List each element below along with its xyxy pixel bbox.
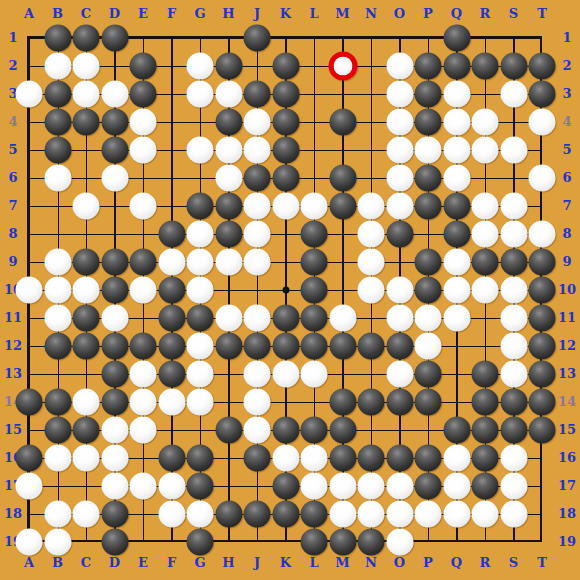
stone-white-J8[interactable] [244,221,271,248]
stone-white-R8[interactable] [472,221,499,248]
stone-black-P9[interactable] [415,249,442,276]
stone-black-D12[interactable] [101,333,128,360]
stone-white-L7[interactable] [301,193,328,220]
col-label-top-H: H [215,5,243,23]
stone-white-R5[interactable] [472,137,499,164]
col-label-bottom-S: S [500,554,528,572]
stone-white-J7[interactable] [244,193,271,220]
stone-white-J13[interactable] [244,361,271,388]
stone-white-T6[interactable] [529,165,556,192]
stone-white-P12[interactable] [415,333,442,360]
col-label-bottom-J: J [243,554,271,572]
row-label-right-4: 4 [555,113,579,131]
stone-white-O18[interactable] [386,501,413,528]
stone-black-K2[interactable] [272,53,299,80]
stone-black-D18[interactable] [101,501,128,528]
stone-white-L13[interactable] [301,361,328,388]
stone-white-O17[interactable] [386,473,413,500]
stone-black-Q7[interactable] [443,193,470,220]
stone-black-L12[interactable] [301,333,328,360]
stone-white-G5[interactable] [187,137,214,164]
stone-white-O5[interactable] [386,137,413,164]
stone-white-A19[interactable] [16,529,43,556]
stone-black-B12[interactable] [44,333,71,360]
col-label-top-A: A [15,5,43,23]
stone-black-Q15[interactable] [443,417,470,444]
row-label-right-5: 5 [555,141,579,159]
stone-black-P2[interactable] [415,53,442,80]
stone-black-N14[interactable] [358,389,385,416]
stone-white-S5[interactable] [500,137,527,164]
stone-black-Q8[interactable] [443,221,470,248]
stone-black-L15[interactable] [301,417,328,444]
stone-black-T11[interactable] [529,305,556,332]
col-label-top-R: R [471,5,499,23]
stone-black-L18[interactable] [301,501,328,528]
stone-black-C4[interactable] [73,109,100,136]
row-label-left-4: 4 [1,113,25,131]
stone-white-G14[interactable] [187,389,214,416]
stone-black-T10[interactable] [529,277,556,304]
stone-white-L16[interactable] [301,445,328,472]
row-label-right-2: 2 [555,57,579,75]
stone-black-C15[interactable] [73,417,100,444]
stone-white-O4[interactable] [386,109,413,136]
stone-white-B2[interactable] [44,53,71,80]
row-label-left-8: 8 [1,225,25,243]
stone-white-S13[interactable] [500,361,527,388]
stone-black-T13[interactable] [529,361,556,388]
col-label-bottom-T: T [528,554,556,572]
stone-white-D11[interactable] [101,305,128,332]
stone-white-Q18[interactable] [443,501,470,528]
row-label-right-18: 18 [555,505,579,523]
stone-white-K16[interactable] [272,445,299,472]
row-label-right-1: 1 [555,29,579,47]
stone-black-O16[interactable] [386,445,413,472]
stone-black-K18[interactable] [272,501,299,528]
stone-white-G12[interactable] [187,333,214,360]
stone-white-C7[interactable] [73,193,100,220]
stone-black-F11[interactable] [158,305,185,332]
stone-white-C10[interactable] [73,277,100,304]
stone-white-C3[interactable] [73,81,100,108]
col-label-bottom-H: H [215,554,243,572]
col-label-top-L: L [300,5,328,23]
stone-black-R15[interactable] [472,417,499,444]
row-label-right-17: 17 [555,477,579,495]
stone-black-D9[interactable] [101,249,128,276]
stone-white-N17[interactable] [358,473,385,500]
stone-black-D10[interactable] [101,277,128,304]
stone-black-S15[interactable] [500,417,527,444]
stone-black-G19[interactable] [187,529,214,556]
row-label-right-6: 6 [555,169,579,187]
stone-black-D5[interactable] [101,137,128,164]
stone-black-R14[interactable] [472,389,499,416]
stone-white-L17[interactable] [301,473,328,500]
stone-black-D1[interactable] [101,25,128,52]
stone-black-N19[interactable] [358,529,385,556]
col-label-top-B: B [44,5,72,23]
stone-black-E2[interactable] [130,53,157,80]
stone-black-D13[interactable] [101,361,128,388]
stone-black-S2[interactable] [500,53,527,80]
stone-white-G18[interactable] [187,501,214,528]
col-label-top-N: N [357,5,385,23]
stone-white-C14[interactable] [73,389,100,416]
stone-white-O19[interactable] [386,529,413,556]
stone-black-Q2[interactable] [443,53,470,80]
stone-white-A10[interactable] [16,277,43,304]
stone-black-K12[interactable] [272,333,299,360]
stone-black-M4[interactable] [329,109,356,136]
stone-white-E7[interactable] [130,193,157,220]
col-label-bottom-A: A [15,554,43,572]
stone-black-M16[interactable] [329,445,356,472]
stone-black-M6[interactable] [329,165,356,192]
stone-white-P18[interactable] [415,501,442,528]
stone-black-J12[interactable] [244,333,271,360]
stone-white-S8[interactable] [500,221,527,248]
stone-black-J1[interactable] [244,25,271,52]
stone-white-J5[interactable] [244,137,271,164]
stone-white-K7[interactable] [272,193,299,220]
stone-white-E5[interactable] [130,137,157,164]
stone-black-T9[interactable] [529,249,556,276]
stone-black-F16[interactable] [158,445,185,472]
stone-black-M7[interactable] [329,193,356,220]
stone-black-L11[interactable] [301,305,328,332]
stone-black-Q1[interactable] [443,25,470,52]
stone-white-O11[interactable] [386,305,413,332]
stone-black-C1[interactable] [73,25,100,52]
stone-black-E9[interactable] [130,249,157,276]
stone-black-T3[interactable] [529,81,556,108]
stone-black-A14[interactable] [16,389,43,416]
col-label-top-D: D [101,5,129,23]
col-label-bottom-E: E [129,554,157,572]
stone-white-G8[interactable] [187,221,214,248]
stone-white-G9[interactable] [187,249,214,276]
stone-black-H7[interactable] [215,193,242,220]
stone-black-P4[interactable] [415,109,442,136]
stone-black-R17[interactable] [472,473,499,500]
stone-black-B4[interactable] [44,109,71,136]
stone-white-S16[interactable] [500,445,527,472]
stone-black-D4[interactable] [101,109,128,136]
stone-white-Q9[interactable] [443,249,470,276]
stone-white-H6[interactable] [215,165,242,192]
col-label-top-Q: Q [443,5,471,23]
stone-black-K3[interactable] [272,81,299,108]
stone-white-G2[interactable] [187,53,214,80]
stone-white-S7[interactable] [500,193,527,220]
stone-white-Q5[interactable] [443,137,470,164]
stone-black-H15[interactable] [215,417,242,444]
stone-black-F13[interactable] [158,361,185,388]
stone-black-P13[interactable] [415,361,442,388]
row-label-left-9: 9 [1,253,25,271]
stone-white-N9[interactable] [358,249,385,276]
row-label-right-14: 14 [555,393,579,411]
stone-black-D19[interactable] [101,529,128,556]
stone-white-R4[interactable] [472,109,499,136]
stone-black-H18[interactable] [215,501,242,528]
stone-white-H11[interactable] [215,305,242,332]
stone-black-T14[interactable] [529,389,556,416]
go-board[interactable]: AABBCCDDEEFFGGHHJJKKLLMMNNOOPPQQRRSSTT11… [0,0,580,580]
stone-black-K15[interactable] [272,417,299,444]
stone-white-J4[interactable] [244,109,271,136]
stone-black-J3[interactable] [244,81,271,108]
col-label-top-G: G [186,5,214,23]
stone-black-S14[interactable] [500,389,527,416]
stone-black-H8[interactable] [215,221,242,248]
stone-white-D15[interactable] [101,417,128,444]
stone-white-P11[interactable] [415,305,442,332]
stone-white-last-move-M2[interactable] [328,52,357,81]
stone-white-O6[interactable] [386,165,413,192]
stone-black-L19[interactable] [301,529,328,556]
stone-black-G7[interactable] [187,193,214,220]
stone-white-S3[interactable] [500,81,527,108]
stone-black-J6[interactable] [244,165,271,192]
row-label-right-12: 12 [555,337,579,355]
stone-white-R10[interactable] [472,277,499,304]
row-label-left-11: 11 [1,309,25,327]
stone-white-O7[interactable] [386,193,413,220]
stone-black-K5[interactable] [272,137,299,164]
stone-white-B10[interactable] [44,277,71,304]
stone-black-S9[interactable] [500,249,527,276]
col-label-top-P: P [414,5,442,23]
row-label-left-7: 7 [1,197,25,215]
stone-white-D16[interactable] [101,445,128,472]
stone-black-M15[interactable] [329,417,356,444]
stone-white-K13[interactable] [272,361,299,388]
col-label-bottom-D: D [101,554,129,572]
stone-black-E12[interactable] [130,333,157,360]
stone-white-Q10[interactable] [443,277,470,304]
stone-black-M12[interactable] [329,333,356,360]
stone-white-N18[interactable] [358,501,385,528]
stone-white-M11[interactable] [329,305,356,332]
stone-black-T2[interactable] [529,53,556,80]
stone-white-J15[interactable] [244,417,271,444]
stone-black-C11[interactable] [73,305,100,332]
col-label-top-E: E [129,5,157,23]
stone-black-L9[interactable] [301,249,328,276]
stone-black-O12[interactable] [386,333,413,360]
stone-black-R9[interactable] [472,249,499,276]
stone-white-F14[interactable] [158,389,185,416]
col-label-top-M: M [329,5,357,23]
stone-white-B11[interactable] [44,305,71,332]
stone-white-E13[interactable] [130,361,157,388]
stone-black-J16[interactable] [244,445,271,472]
stone-black-K11[interactable] [272,305,299,332]
stone-black-M14[interactable] [329,389,356,416]
stone-white-O2[interactable] [386,53,413,80]
stone-white-D17[interactable] [101,473,128,500]
stone-white-N10[interactable] [358,277,385,304]
stone-white-N7[interactable] [358,193,385,220]
stone-white-B6[interactable] [44,165,71,192]
stone-black-P17[interactable] [415,473,442,500]
row-label-right-7: 7 [555,197,579,215]
row-label-right-11: 11 [555,309,579,327]
stone-black-K4[interactable] [272,109,299,136]
stone-white-F9[interactable] [158,249,185,276]
stone-white-R18[interactable] [472,501,499,528]
stone-white-S10[interactable] [500,277,527,304]
stone-black-N12[interactable] [358,333,385,360]
stone-white-M17[interactable] [329,473,356,500]
stone-black-E3[interactable] [130,81,157,108]
stone-black-J18[interactable] [244,501,271,528]
stone-black-R2[interactable] [472,53,499,80]
stone-white-Q16[interactable] [443,445,470,472]
stone-black-K17[interactable] [272,473,299,500]
stone-black-P7[interactable] [415,193,442,220]
col-label-top-C: C [72,5,100,23]
stone-white-E17[interactable] [130,473,157,500]
stone-white-B9[interactable] [44,249,71,276]
stone-white-O13[interactable] [386,361,413,388]
stone-white-H9[interactable] [215,249,242,276]
stone-white-Q11[interactable] [443,305,470,332]
col-label-bottom-L: L [300,554,328,572]
stone-white-E10[interactable] [130,277,157,304]
stone-black-B15[interactable] [44,417,71,444]
stone-white-N8[interactable] [358,221,385,248]
stone-white-H5[interactable] [215,137,242,164]
stone-black-P14[interactable] [415,389,442,416]
stone-white-G3[interactable] [187,81,214,108]
stone-black-T15[interactable] [529,417,556,444]
stone-white-D6[interactable] [101,165,128,192]
stone-black-R13[interactable] [472,361,499,388]
stone-black-K6[interactable] [272,165,299,192]
stone-white-S11[interactable] [500,305,527,332]
stone-white-H3[interactable] [215,81,242,108]
col-label-bottom-M: M [329,554,357,572]
stone-black-C12[interactable] [73,333,100,360]
stone-white-A17[interactable] [16,473,43,500]
stone-white-E15[interactable] [130,417,157,444]
stone-white-C16[interactable] [73,445,100,472]
stone-black-P16[interactable] [415,445,442,472]
stone-white-C18[interactable] [73,501,100,528]
stone-white-Q6[interactable] [443,165,470,192]
stone-black-B1[interactable] [44,25,71,52]
stone-white-S12[interactable] [500,333,527,360]
stone-black-F10[interactable] [158,277,185,304]
stone-white-E4[interactable] [130,109,157,136]
stone-black-P3[interactable] [415,81,442,108]
stone-black-L8[interactable] [301,221,328,248]
stone-white-S18[interactable] [500,501,527,528]
stone-black-C9[interactable] [73,249,100,276]
stone-white-O10[interactable] [386,277,413,304]
stone-black-T12[interactable] [529,333,556,360]
stone-black-O8[interactable] [386,221,413,248]
stone-black-B3[interactable] [44,81,71,108]
stone-black-B5[interactable] [44,137,71,164]
stone-white-J9[interactable] [244,249,271,276]
stone-white-J14[interactable] [244,389,271,416]
stone-black-B14[interactable] [44,389,71,416]
col-label-bottom-F: F [158,554,186,572]
row-label-right-16: 16 [555,449,579,467]
stone-black-D14[interactable] [101,389,128,416]
col-label-bottom-Q: Q [443,554,471,572]
stone-white-B19[interactable] [44,529,71,556]
stone-white-G10[interactable] [187,277,214,304]
col-label-top-S: S [500,5,528,23]
stone-white-P5[interactable] [415,137,442,164]
stone-black-G16[interactable] [187,445,214,472]
stone-black-H12[interactable] [215,333,242,360]
stone-black-O14[interactable] [386,389,413,416]
stone-white-F18[interactable] [158,501,185,528]
stone-black-H4[interactable] [215,109,242,136]
row-label-left-5: 5 [1,141,25,159]
stone-white-D3[interactable] [101,81,128,108]
stone-black-N16[interactable] [358,445,385,472]
stone-white-Q3[interactable] [443,81,470,108]
stone-white-Q4[interactable] [443,109,470,136]
col-label-top-F: F [158,5,186,23]
stone-black-H2[interactable] [215,53,242,80]
stone-black-M19[interactable] [329,529,356,556]
stone-white-E14[interactable] [130,389,157,416]
stone-white-B18[interactable] [44,501,71,528]
stone-white-T8[interactable] [529,221,556,248]
stone-white-Q17[interactable] [443,473,470,500]
stone-white-G13[interactable] [187,361,214,388]
stone-white-T4[interactable] [529,109,556,136]
row-label-right-10: 10 [555,281,579,299]
stone-white-O3[interactable] [386,81,413,108]
stone-white-A3[interactable] [16,81,43,108]
row-label-right-15: 15 [555,421,579,439]
stone-black-F12[interactable] [158,333,185,360]
stone-black-P6[interactable] [415,165,442,192]
col-label-bottom-N: N [357,554,385,572]
stone-white-B16[interactable] [44,445,71,472]
stone-black-A16[interactable] [16,445,43,472]
stone-black-P10[interactable] [415,277,442,304]
stone-white-S17[interactable] [500,473,527,500]
row-label-left-18: 18 [1,505,25,523]
stone-white-M18[interactable] [329,501,356,528]
stone-black-L10[interactable] [301,277,328,304]
row-label-right-9: 9 [555,253,579,271]
col-label-bottom-K: K [272,554,300,572]
stone-black-G11[interactable] [187,305,214,332]
stone-white-C2[interactable] [73,53,100,80]
stone-black-R16[interactable] [472,445,499,472]
col-label-top-T: T [528,5,556,23]
stone-black-F8[interactable] [158,221,185,248]
stone-black-G17[interactable] [187,473,214,500]
stone-white-J11[interactable] [244,305,271,332]
stone-white-R7[interactable] [472,193,499,220]
col-label-bottom-R: R [471,554,499,572]
stone-white-F17[interactable] [158,473,185,500]
